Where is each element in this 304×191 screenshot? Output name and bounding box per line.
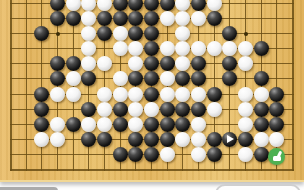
stone-white	[191, 117, 206, 132]
grid-line	[10, 0, 12, 171]
stone-white	[191, 132, 206, 147]
stone-black	[254, 102, 269, 117]
stone-white	[144, 102, 159, 117]
grid-line	[10, 169, 294, 171]
stone-white	[113, 41, 128, 56]
stone-white	[238, 87, 253, 102]
star-point	[56, 32, 60, 36]
stone-black	[113, 11, 128, 26]
stone-white	[128, 87, 143, 102]
bottom-left-ui-fragment	[0, 187, 58, 191]
stone-white	[160, 11, 175, 26]
stone-white	[207, 41, 222, 56]
stone-black	[207, 87, 222, 102]
grid-line	[26, 0, 27, 171]
stone-white	[191, 87, 206, 102]
stone-black	[207, 11, 222, 26]
stone-black	[113, 147, 128, 162]
stone-black	[144, 87, 159, 102]
stone-white	[160, 41, 175, 56]
stone-black	[34, 87, 49, 102]
stone-black	[254, 147, 269, 162]
stone-white	[160, 147, 175, 162]
stone-black	[207, 147, 222, 162]
stone-black	[144, 132, 159, 147]
stone-black	[207, 132, 222, 147]
stone-white	[113, 87, 128, 102]
stone-black	[160, 132, 175, 147]
stone-white	[50, 132, 65, 147]
stone-black	[269, 87, 284, 102]
stone-black	[113, 102, 128, 117]
stone-white	[66, 87, 81, 102]
stone-black	[34, 102, 49, 117]
stone-black	[238, 132, 253, 147]
stone-white	[254, 132, 269, 147]
stone-black	[160, 102, 175, 117]
stone-black	[81, 102, 96, 117]
stone-black	[254, 41, 269, 56]
stone-black	[66, 117, 81, 132]
grid-line	[292, 0, 294, 171]
stone-white	[50, 87, 65, 102]
stone-white	[207, 102, 222, 117]
stone-white	[254, 87, 269, 102]
stone-white	[50, 117, 65, 132]
last-move-triangle-marker	[227, 135, 234, 143]
stone-black	[175, 102, 190, 117]
stone-white	[97, 87, 112, 102]
stone-black	[254, 117, 269, 132]
stone-white	[97, 117, 112, 132]
go-app-screenshot	[0, 0, 304, 190]
stone-white	[160, 87, 175, 102]
stone-white	[238, 117, 253, 132]
stone-black	[144, 147, 159, 162]
stone-black	[160, 56, 175, 71]
stone-white	[238, 147, 253, 162]
stone-black	[66, 56, 81, 71]
stone-white	[238, 102, 253, 117]
stone-white	[175, 87, 190, 102]
stone-black	[97, 132, 112, 147]
stone-white	[113, 26, 128, 41]
stone-black	[160, 117, 175, 132]
stone-black	[66, 11, 81, 26]
stone-black	[144, 117, 159, 132]
star-point	[244, 32, 248, 36]
stone-white	[128, 102, 143, 117]
bottom-popup-peek[interactable]	[215, 184, 301, 190]
stone-white	[191, 147, 206, 162]
stone-black	[191, 102, 206, 117]
stone-black	[113, 117, 128, 132]
stone-white	[97, 102, 112, 117]
